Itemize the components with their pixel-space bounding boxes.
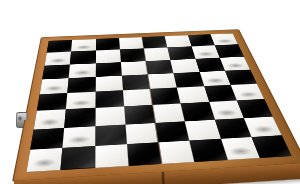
square-a4 — [158, 140, 194, 163]
square-g4 — [144, 48, 171, 61]
chess-board: ♜♟♟♜♞♟♟♞♝♟♟♝♚♟♟♚♛♟♟♛♝♟♟♝♞♟♟♞♜♟♟♜ — [12, 29, 300, 182]
white-pawn-glyph: ♟ — [201, 47, 221, 70]
square-f6 — [95, 62, 121, 77]
square-f5 — [121, 61, 148, 76]
square-f4 — [146, 60, 174, 75]
square-a1: ♜ — [251, 135, 291, 158]
board-squares: ♜♟♟♜♞♟♟♞♝♟♟♝♚♟♟♚♛♟♟♛♝♟♟♝♞♟♟♞♜♟♟♜ — [26, 33, 291, 172]
metal-clasp — [16, 112, 28, 128]
white-pawn-glyph: ♟ — [193, 24, 212, 45]
square-a5 — [127, 142, 162, 166]
square-b5 — [125, 123, 158, 144]
square-b4 — [155, 121, 189, 142]
square-c5 — [124, 105, 155, 124]
white-pawn-glyph: ♟ — [197, 35, 216, 57]
square-d4 — [150, 88, 181, 105]
square-f3 — [170, 59, 199, 73]
square-h6 — [96, 38, 120, 51]
square-a7: ♟ — [61, 146, 95, 170]
front-rail-seam — [162, 172, 165, 184]
black-rook-glyph: ♜ — [28, 133, 60, 169]
square-c6 — [95, 107, 125, 126]
white-rook-glyph: ♜ — [214, 19, 236, 44]
square-c4 — [152, 104, 184, 123]
square-d5 — [123, 89, 153, 107]
square-h3 — [165, 35, 191, 47]
square-h5 — [119, 37, 144, 49]
square-d6 — [95, 90, 124, 108]
square-b6 — [95, 124, 127, 146]
square-e4 — [148, 73, 177, 89]
square-a2: ♟ — [220, 137, 259, 160]
square-d3 — [177, 86, 209, 103]
square-a6 — [95, 144, 129, 168]
square-g3 — [168, 47, 196, 60]
square-h4 — [142, 36, 168, 48]
square-a8: ♜ — [26, 148, 62, 172]
board-scene: ♜♟♟♜♞♟♟♞♝♟♟♝♚♟♟♚♛♟♟♛♝♟♟♝♞♟♟♞♜♟♟♜ — [0, 0, 300, 184]
square-g5 — [120, 49, 146, 62]
white-rook-glyph: ♜ — [258, 120, 289, 154]
square-g6 — [95, 50, 120, 64]
square-g2: ♟ — [191, 45, 219, 58]
square-e3 — [174, 72, 204, 88]
chess-set-photo: ♜♟♟♜♞♟♟♞♝♟♟♝♚♟♟♚♛♟♟♛♝♟♟♝♞♟♟♞♜♟♟♜ — [0, 0, 300, 184]
square-h1: ♜ — [210, 33, 238, 45]
black-pawn-glyph: ♟ — [65, 136, 91, 165]
square-h2: ♟ — [188, 34, 215, 46]
square-f2: ♟ — [195, 58, 225, 72]
white-pawn-glyph: ♟ — [229, 127, 255, 156]
square-e5 — [122, 74, 150, 90]
square-e6 — [95, 76, 122, 92]
